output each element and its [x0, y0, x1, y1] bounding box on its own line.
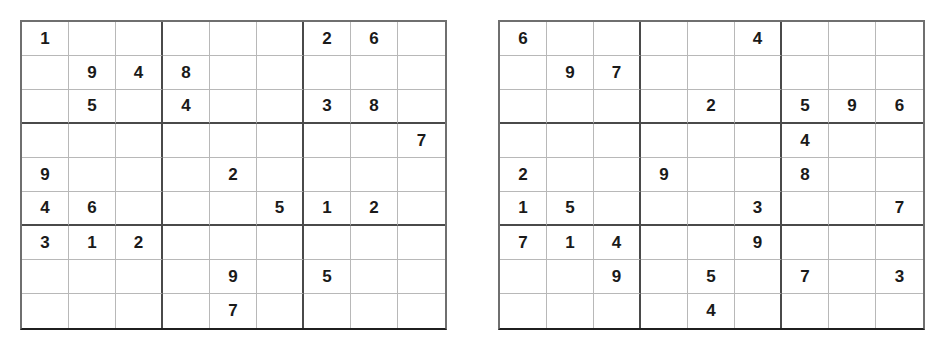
cell-left-r2c5[interactable] [210, 56, 257, 90]
cell-left-r3c9[interactable] [398, 90, 445, 124]
cell-left-r9c2[interactable] [69, 294, 116, 328]
cell-left-r9c6[interactable] [257, 294, 304, 328]
cell-left-r3c6[interactable] [257, 90, 304, 124]
cell-left-r6c6[interactable]: 5 [257, 192, 304, 226]
cell-right-r7c8[interactable] [829, 226, 876, 260]
cell-left-r7c3[interactable]: 2 [116, 226, 163, 260]
sudoku-board-right: 6497259642981537714995734 [498, 20, 925, 330]
cell-left-r6c3[interactable] [116, 192, 163, 226]
cell-left-r2c7[interactable] [304, 56, 351, 90]
cell-left-r4c2[interactable] [69, 124, 116, 158]
cell-left-r2c2[interactable]: 9 [69, 56, 116, 90]
cell-right-r6c9[interactable]: 7 [876, 192, 923, 226]
cell-left-r5c2[interactable] [69, 158, 116, 192]
cell-right-r8c2[interactable] [547, 260, 594, 294]
cell-right-r9c6[interactable] [735, 294, 782, 328]
cell-left-r8c7[interactable]: 5 [304, 260, 351, 294]
cell-right-r1c9[interactable] [876, 22, 923, 56]
cell-right-r2c6[interactable] [735, 56, 782, 90]
cell-left-r2c4[interactable]: 8 [163, 56, 210, 90]
cell-right-r9c7[interactable] [782, 294, 829, 328]
cell-right-r6c2[interactable]: 5 [547, 192, 594, 226]
cell-right-r6c8[interactable] [829, 192, 876, 226]
cell-left-r3c1[interactable] [22, 90, 69, 124]
cell-left-r2c1[interactable] [22, 56, 69, 90]
cell-left-r6c5[interactable] [210, 192, 257, 226]
cell-left-r1c4[interactable] [163, 22, 210, 56]
cell-left-r4c6[interactable] [257, 124, 304, 158]
cell-left-r6c9[interactable] [398, 192, 445, 226]
cell-left-r7c5[interactable] [210, 226, 257, 260]
cell-left-r9c9[interactable] [398, 294, 445, 328]
sudoku-boards-container: 126948543879246512312957 649725964298153… [0, 0, 945, 330]
cell-right-r4c2[interactable] [547, 124, 594, 158]
cell-right-r3c8[interactable]: 9 [829, 90, 876, 124]
cell-right-r3c9[interactable]: 6 [876, 90, 923, 124]
cell-left-r2c9[interactable] [398, 56, 445, 90]
cell-left-r9c4[interactable] [163, 294, 210, 328]
cell-left-r3c4[interactable]: 4 [163, 90, 210, 124]
cell-right-r5c3[interactable] [594, 158, 641, 192]
cell-right-r7c3[interactable]: 4 [594, 226, 641, 260]
page: 126948543879246512312957 649725964298153… [0, 0, 945, 355]
cell-left-r8c2[interactable] [69, 260, 116, 294]
cell-right-r8c8[interactable] [829, 260, 876, 294]
cell-left-r7c2[interactable]: 1 [69, 226, 116, 260]
cell-right-r8c4[interactable] [641, 260, 688, 294]
cell-right-r1c5[interactable] [688, 22, 735, 56]
cell-right-r1c3[interactable] [594, 22, 641, 56]
cell-right-r7c9[interactable] [876, 226, 923, 260]
cell-right-r2c7[interactable] [782, 56, 829, 90]
cell-right-r1c2[interactable] [547, 22, 594, 56]
cell-left-r5c8[interactable] [351, 158, 398, 192]
cell-right-r5c4[interactable]: 9 [641, 158, 688, 192]
sudoku-board-left: 126948543879246512312957 [20, 20, 447, 330]
cell-left-r5c9[interactable] [398, 158, 445, 192]
cell-left-r6c7[interactable]: 1 [304, 192, 351, 226]
cell-right-r4c4[interactable] [641, 124, 688, 158]
cell-left-r5c7[interactable] [304, 158, 351, 192]
cell-left-r7c4[interactable] [163, 226, 210, 260]
cell-right-r9c4[interactable] [641, 294, 688, 328]
cell-right-r5c7[interactable]: 8 [782, 158, 829, 192]
cell-left-r7c6[interactable] [257, 226, 304, 260]
cell-right-r4c6[interactable] [735, 124, 782, 158]
cell-right-r2c3[interactable]: 7 [594, 56, 641, 90]
cell-right-r9c1[interactable] [500, 294, 547, 328]
cell-right-r2c1[interactable] [500, 56, 547, 90]
cell-left-r8c5[interactable]: 9 [210, 260, 257, 294]
cell-right-r4c5[interactable] [688, 124, 735, 158]
cell-right-r7c6[interactable]: 9 [735, 226, 782, 260]
cell-right-r8c5[interactable]: 5 [688, 260, 735, 294]
cell-right-r2c5[interactable] [688, 56, 735, 90]
cell-right-r2c4[interactable] [641, 56, 688, 90]
cell-left-r6c8[interactable]: 2 [351, 192, 398, 226]
cell-left-r5c4[interactable] [163, 158, 210, 192]
cell-left-r9c7[interactable] [304, 294, 351, 328]
cell-right-r7c4[interactable] [641, 226, 688, 260]
cell-left-r4c1[interactable] [22, 124, 69, 158]
cell-left-r5c1[interactable]: 9 [22, 158, 69, 192]
cell-left-r1c2[interactable] [69, 22, 116, 56]
cell-left-r1c8[interactable]: 6 [351, 22, 398, 56]
cell-right-r3c4[interactable] [641, 90, 688, 124]
cell-right-r8c9[interactable]: 3 [876, 260, 923, 294]
cell-left-r4c9[interactable]: 7 [398, 124, 445, 158]
cell-right-r1c6[interactable]: 4 [735, 22, 782, 56]
cell-left-r7c9[interactable] [398, 226, 445, 260]
cell-right-r4c7[interactable]: 4 [782, 124, 829, 158]
cell-right-r7c5[interactable] [688, 226, 735, 260]
cell-left-r8c4[interactable] [163, 260, 210, 294]
cell-right-r3c7[interactable]: 5 [782, 90, 829, 124]
cell-right-r8c3[interactable]: 9 [594, 260, 641, 294]
cell-left-r4c4[interactable] [163, 124, 210, 158]
cell-right-r9c2[interactable] [547, 294, 594, 328]
cell-right-r2c2[interactable]: 9 [547, 56, 594, 90]
cell-left-r4c7[interactable] [304, 124, 351, 158]
cell-right-r3c5[interactable]: 2 [688, 90, 735, 124]
cell-left-r1c6[interactable] [257, 22, 304, 56]
cell-left-r5c5[interactable]: 2 [210, 158, 257, 192]
cell-right-r8c1[interactable] [500, 260, 547, 294]
cell-right-r3c2[interactable] [547, 90, 594, 124]
cell-left-r1c9[interactable] [398, 22, 445, 56]
cell-left-r9c8[interactable] [351, 294, 398, 328]
cell-right-r6c6[interactable]: 3 [735, 192, 782, 226]
cell-right-r5c1[interactable]: 2 [500, 158, 547, 192]
cell-right-r6c5[interactable] [688, 192, 735, 226]
cell-left-r6c2[interactable]: 6 [69, 192, 116, 226]
cell-right-r2c9[interactable] [876, 56, 923, 90]
cell-right-r9c3[interactable] [594, 294, 641, 328]
cell-left-r6c1[interactable]: 4 [22, 192, 69, 226]
cell-left-r7c8[interactable] [351, 226, 398, 260]
cell-right-r4c1[interactable] [500, 124, 547, 158]
cell-left-r5c6[interactable] [257, 158, 304, 192]
cell-right-r9c8[interactable] [829, 294, 876, 328]
cell-right-r3c3[interactable] [594, 90, 641, 124]
cell-right-r6c7[interactable] [782, 192, 829, 226]
cell-right-r5c6[interactable] [735, 158, 782, 192]
cell-left-r1c7[interactable]: 2 [304, 22, 351, 56]
cell-left-r9c1[interactable] [22, 294, 69, 328]
cell-right-r9c9[interactable] [876, 294, 923, 328]
cell-right-r8c6[interactable] [735, 260, 782, 294]
cell-left-r1c3[interactable] [116, 22, 163, 56]
cell-right-r2c8[interactable] [829, 56, 876, 90]
cell-left-r4c3[interactable] [116, 124, 163, 158]
cell-left-r7c1[interactable]: 3 [22, 226, 69, 260]
cell-left-r2c6[interactable] [257, 56, 304, 90]
cell-right-r1c8[interactable] [829, 22, 876, 56]
cell-left-r8c6[interactable] [257, 260, 304, 294]
cell-left-r1c5[interactable] [210, 22, 257, 56]
cell-left-r9c5[interactable]: 7 [210, 294, 257, 328]
cell-left-r3c8[interactable]: 8 [351, 90, 398, 124]
cell-right-r6c3[interactable] [594, 192, 641, 226]
cell-left-r8c1[interactable] [22, 260, 69, 294]
cell-left-r2c3[interactable]: 4 [116, 56, 163, 90]
cell-right-r7c7[interactable] [782, 226, 829, 260]
cell-right-r4c9[interactable] [876, 124, 923, 158]
cell-right-r1c7[interactable] [782, 22, 829, 56]
cell-left-r3c5[interactable] [210, 90, 257, 124]
cell-right-r4c3[interactable] [594, 124, 641, 158]
cell-right-r6c1[interactable]: 1 [500, 192, 547, 226]
cell-left-r8c3[interactable] [116, 260, 163, 294]
cell-left-r7c7[interactable] [304, 226, 351, 260]
cell-left-r3c2[interactable]: 5 [69, 90, 116, 124]
cell-right-r3c1[interactable] [500, 90, 547, 124]
cell-left-r8c8[interactable] [351, 260, 398, 294]
cell-left-r6c4[interactable] [163, 192, 210, 226]
cell-right-r5c9[interactable] [876, 158, 923, 192]
cell-right-r8c7[interactable]: 7 [782, 260, 829, 294]
cell-right-r7c1[interactable]: 7 [500, 226, 547, 260]
cell-left-r8c9[interactable] [398, 260, 445, 294]
cell-right-r1c1[interactable]: 6 [500, 22, 547, 56]
cell-left-r4c8[interactable] [351, 124, 398, 158]
cell-left-r2c8[interactable] [351, 56, 398, 90]
cell-right-r7c2[interactable]: 1 [547, 226, 594, 260]
cell-left-r4c5[interactable] [210, 124, 257, 158]
cell-right-r4c8[interactable] [829, 124, 876, 158]
cell-right-r5c8[interactable] [829, 158, 876, 192]
cell-right-r5c5[interactable] [688, 158, 735, 192]
cell-left-r9c3[interactable] [116, 294, 163, 328]
cell-left-r3c7[interactable]: 3 [304, 90, 351, 124]
cell-left-r1c1[interactable]: 1 [22, 22, 69, 56]
cell-right-r6c4[interactable] [641, 192, 688, 226]
cell-right-r3c6[interactable] [735, 90, 782, 124]
cell-right-r9c5[interactable]: 4 [688, 294, 735, 328]
cell-left-r3c3[interactable] [116, 90, 163, 124]
cell-right-r5c2[interactable] [547, 158, 594, 192]
cell-right-r1c4[interactable] [641, 22, 688, 56]
cell-left-r5c3[interactable] [116, 158, 163, 192]
